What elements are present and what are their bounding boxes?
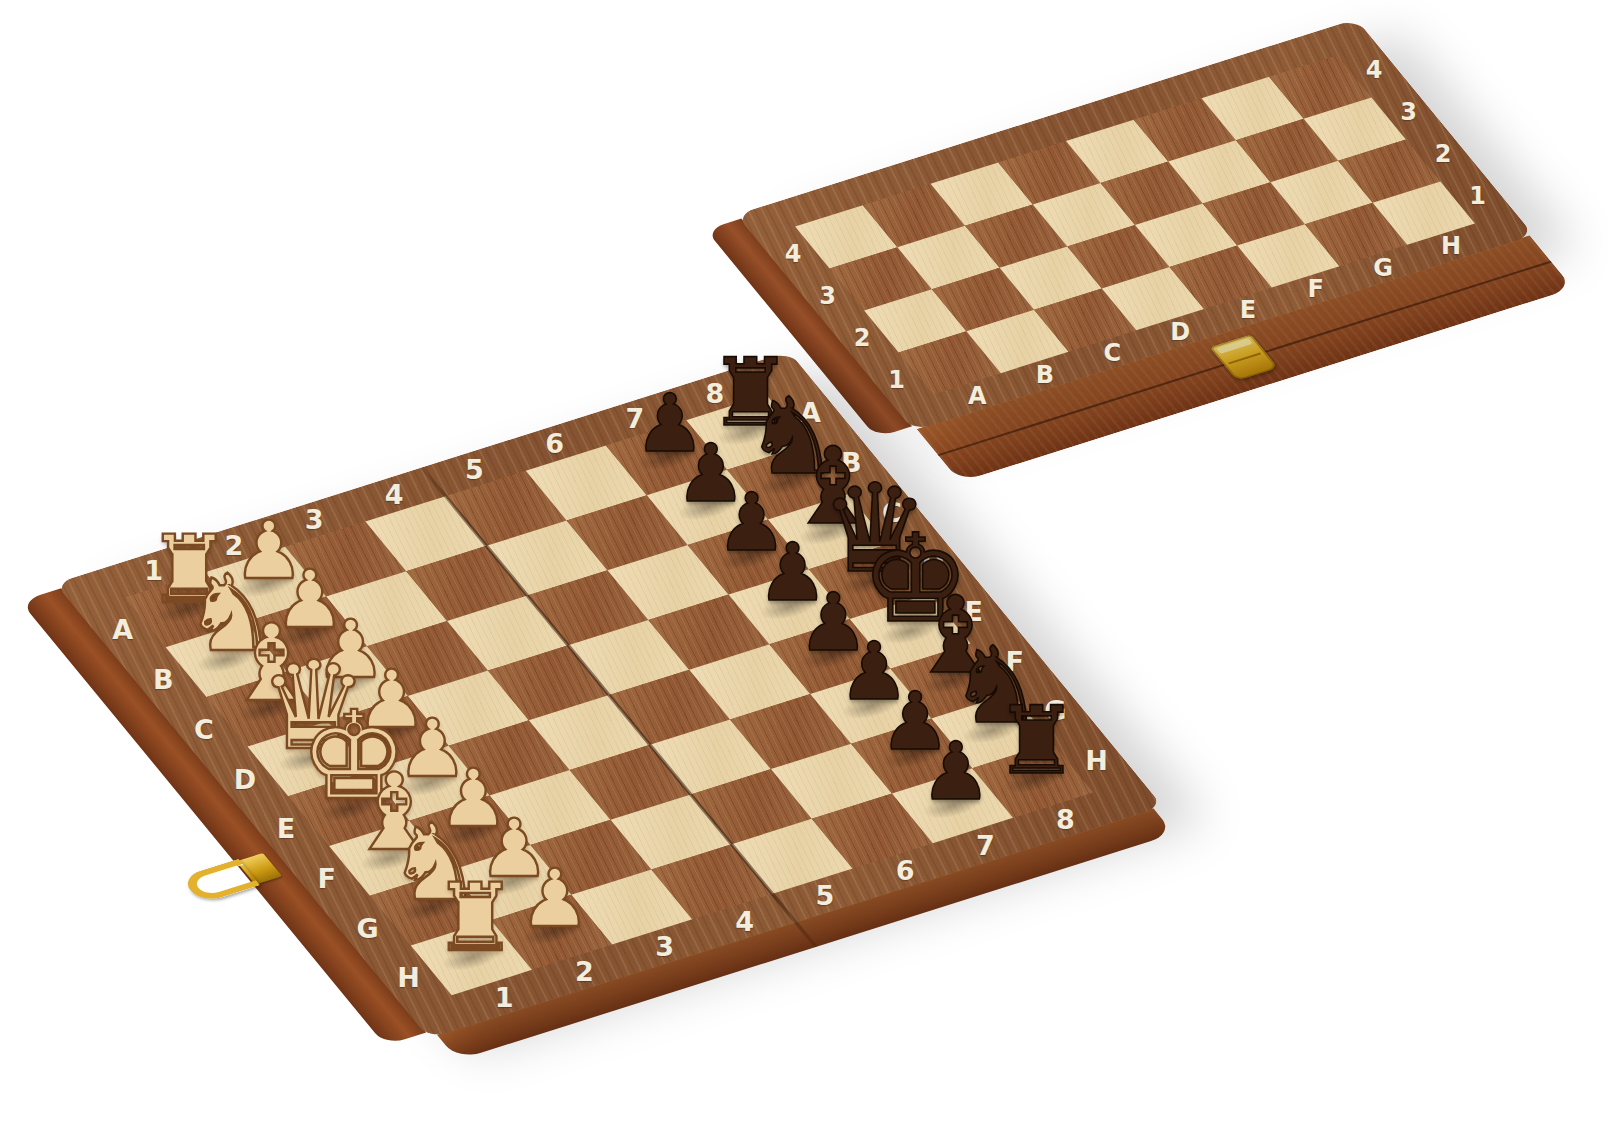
coordinate-label: E bbox=[276, 813, 294, 844]
coordinate-label: C bbox=[194, 714, 214, 745]
coordinate-label: E bbox=[1240, 296, 1256, 324]
coordinate-label: 2 bbox=[853, 324, 870, 352]
coordinate-label: D bbox=[233, 763, 255, 794]
coordinate-label: H bbox=[1441, 232, 1461, 260]
coordinate-label: 4 bbox=[735, 905, 754, 936]
coordinate-label: 3 bbox=[819, 282, 836, 310]
white-pawn-h2: ♟ bbox=[519, 861, 591, 937]
coordinate-label: G bbox=[1373, 254, 1393, 282]
coordinate-label: 1 bbox=[494, 981, 513, 1012]
coordinate-label: D bbox=[1170, 318, 1190, 346]
closed-chess-box: 4321 4321 ABCDEFGH bbox=[736, 19, 1534, 431]
coordinate-label: 1 bbox=[888, 366, 905, 394]
coordinate-label: A bbox=[112, 614, 133, 645]
coordinate-label: G bbox=[356, 912, 378, 943]
coordinate-label: 5 bbox=[464, 454, 483, 485]
black-pawn-h7: ♟ bbox=[920, 734, 992, 810]
coordinate-label: H bbox=[397, 962, 420, 993]
gold-latch-icon bbox=[1210, 335, 1278, 381]
white-rook-h1: ♜ bbox=[433, 873, 517, 962]
coordinate-label: 2 bbox=[574, 956, 593, 987]
coordinate-label: 1 bbox=[1469, 182, 1486, 210]
coordinate-label: 6 bbox=[545, 428, 564, 459]
coordinate-label: 4 bbox=[784, 240, 801, 268]
coordinate-label: A bbox=[968, 382, 987, 410]
coordinate-label: H bbox=[1085, 745, 1108, 776]
product-photo-scene: 4321 4321 ABCDEFGH ♜♟♟♜♞♟♟♞♝♟♟♝♛♟♟♛♚♟♟♚♝… bbox=[0, 0, 1608, 1138]
coordinate-label: 3 bbox=[655, 931, 674, 962]
coordinate-label: 4 bbox=[384, 479, 403, 510]
coordinate-label: 6 bbox=[895, 855, 914, 886]
coordinate-label: B bbox=[1036, 361, 1054, 389]
coordinate-label: 3 bbox=[1400, 98, 1417, 126]
coordinate-label: B bbox=[153, 664, 174, 695]
coordinate-label: 8 bbox=[1056, 804, 1075, 835]
coordinate-label: C bbox=[1104, 339, 1122, 367]
coordinate-label: 7 bbox=[975, 829, 994, 860]
black-rook-h8: ♜ bbox=[995, 696, 1079, 785]
coordinate-label: 4 bbox=[1365, 56, 1382, 84]
coordinate-label: F bbox=[317, 863, 335, 894]
coordinate-label: 3 bbox=[304, 504, 323, 535]
coordinate-label: F bbox=[1307, 275, 1323, 303]
coordinate-label: 2 bbox=[1434, 140, 1451, 168]
coordinate-label: 5 bbox=[815, 880, 834, 911]
